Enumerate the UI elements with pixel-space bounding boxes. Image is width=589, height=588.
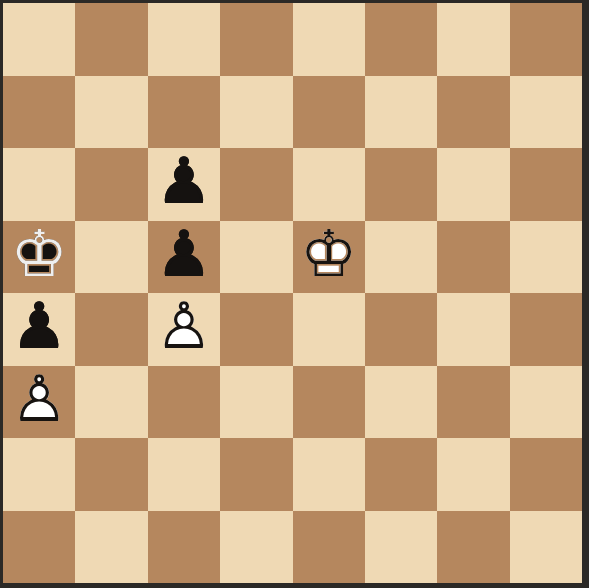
square-c6[interactable]: ♟♙ bbox=[148, 148, 220, 221]
square-a2[interactable] bbox=[3, 438, 75, 511]
square-f6[interactable] bbox=[365, 148, 437, 221]
square-a7[interactable] bbox=[3, 76, 75, 149]
square-a4[interactable]: ♟♙ bbox=[3, 293, 75, 366]
square-b5[interactable] bbox=[75, 221, 147, 294]
square-h3[interactable] bbox=[510, 366, 582, 439]
black-pawn-glyph-fill: ♟ bbox=[155, 150, 212, 214]
white-king-glyph-outline: ♔ bbox=[300, 222, 357, 286]
square-h8[interactable] bbox=[510, 3, 582, 76]
square-g3[interactable] bbox=[437, 366, 509, 439]
black-pawn-glyph-outline: ♙ bbox=[155, 150, 212, 214]
black-pawn-glyph-fill: ♟ bbox=[11, 295, 68, 359]
square-c2[interactable] bbox=[148, 438, 220, 511]
black-pawn-glyph-outline: ♙ bbox=[11, 295, 68, 359]
square-d6[interactable] bbox=[220, 148, 292, 221]
square-g5[interactable] bbox=[437, 221, 509, 294]
piece-black-pawn[interactable]: ♟♙ bbox=[148, 148, 220, 221]
square-d2[interactable] bbox=[220, 438, 292, 511]
square-b8[interactable] bbox=[75, 3, 147, 76]
square-f3[interactable] bbox=[365, 366, 437, 439]
square-f8[interactable] bbox=[365, 3, 437, 76]
black-king-glyph-outline: ♔ bbox=[11, 222, 68, 286]
square-h7[interactable] bbox=[510, 76, 582, 149]
square-c4[interactable]: ♟♙ bbox=[148, 293, 220, 366]
piece-white-king[interactable]: ♚♔ bbox=[293, 221, 365, 294]
square-e1[interactable] bbox=[293, 511, 365, 584]
square-b4[interactable] bbox=[75, 293, 147, 366]
square-h6[interactable] bbox=[510, 148, 582, 221]
square-g4[interactable] bbox=[437, 293, 509, 366]
square-a1[interactable] bbox=[3, 511, 75, 584]
square-c5[interactable]: ♟♙ bbox=[148, 221, 220, 294]
square-e8[interactable] bbox=[293, 3, 365, 76]
black-king-glyph-fill: ♚ bbox=[11, 222, 68, 286]
chess-board: ♟♙♚♔♟♙♚♔♟♙♟♙♟♙ bbox=[3, 3, 582, 583]
square-b2[interactable] bbox=[75, 438, 147, 511]
square-h1[interactable] bbox=[510, 511, 582, 584]
square-e4[interactable] bbox=[293, 293, 365, 366]
piece-black-king[interactable]: ♚♔ bbox=[3, 221, 75, 294]
square-a8[interactable] bbox=[3, 3, 75, 76]
square-g6[interactable] bbox=[437, 148, 509, 221]
piece-black-pawn[interactable]: ♟♙ bbox=[148, 221, 220, 294]
square-b1[interactable] bbox=[75, 511, 147, 584]
black-pawn-glyph-outline: ♙ bbox=[155, 222, 212, 286]
square-f4[interactable] bbox=[365, 293, 437, 366]
square-e2[interactable] bbox=[293, 438, 365, 511]
chess-board-frame: ♟♙♚♔♟♙♚♔♟♙♟♙♟♙ bbox=[0, 0, 589, 588]
square-d4[interactable] bbox=[220, 293, 292, 366]
piece-white-pawn[interactable]: ♟♙ bbox=[3, 366, 75, 439]
white-pawn-glyph-outline: ♙ bbox=[155, 295, 212, 359]
square-b3[interactable] bbox=[75, 366, 147, 439]
square-g7[interactable] bbox=[437, 76, 509, 149]
square-d8[interactable] bbox=[220, 3, 292, 76]
white-king-glyph-fill: ♚ bbox=[300, 222, 357, 286]
square-h4[interactable] bbox=[510, 293, 582, 366]
white-pawn-glyph-outline: ♙ bbox=[11, 367, 68, 431]
square-d3[interactable] bbox=[220, 366, 292, 439]
square-e7[interactable] bbox=[293, 76, 365, 149]
square-e3[interactable] bbox=[293, 366, 365, 439]
square-h2[interactable] bbox=[510, 438, 582, 511]
piece-black-pawn[interactable]: ♟♙ bbox=[3, 293, 75, 366]
square-e6[interactable] bbox=[293, 148, 365, 221]
square-a3[interactable]: ♟♙ bbox=[3, 366, 75, 439]
square-c3[interactable] bbox=[148, 366, 220, 439]
square-a5[interactable]: ♚♔ bbox=[3, 221, 75, 294]
piece-white-pawn[interactable]: ♟♙ bbox=[148, 293, 220, 366]
square-g2[interactable] bbox=[437, 438, 509, 511]
square-f7[interactable] bbox=[365, 76, 437, 149]
square-b7[interactable] bbox=[75, 76, 147, 149]
square-d5[interactable] bbox=[220, 221, 292, 294]
square-g8[interactable] bbox=[437, 3, 509, 76]
square-d1[interactable] bbox=[220, 511, 292, 584]
black-pawn-glyph-fill: ♟ bbox=[155, 222, 212, 286]
square-g1[interactable] bbox=[437, 511, 509, 584]
square-h5[interactable] bbox=[510, 221, 582, 294]
square-c8[interactable] bbox=[148, 3, 220, 76]
square-b6[interactable] bbox=[75, 148, 147, 221]
square-f1[interactable] bbox=[365, 511, 437, 584]
square-f2[interactable] bbox=[365, 438, 437, 511]
square-a6[interactable] bbox=[3, 148, 75, 221]
white-pawn-glyph-fill: ♟ bbox=[155, 295, 212, 359]
square-e5[interactable]: ♚♔ bbox=[293, 221, 365, 294]
square-c1[interactable] bbox=[148, 511, 220, 584]
white-pawn-glyph-fill: ♟ bbox=[11, 367, 68, 431]
square-f5[interactable] bbox=[365, 221, 437, 294]
square-d7[interactable] bbox=[220, 76, 292, 149]
square-c7[interactable] bbox=[148, 76, 220, 149]
